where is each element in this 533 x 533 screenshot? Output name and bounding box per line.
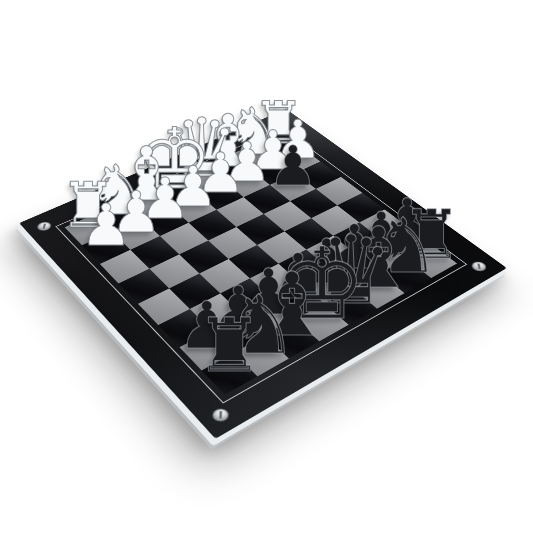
piece-black-rook-h8[interactable]: ♜ bbox=[196, 308, 263, 382]
piece-black-pawn-b3[interactable]: ♟ bbox=[268, 139, 317, 194]
screw-slot bbox=[219, 411, 221, 419]
corner-screw-icon bbox=[35, 220, 54, 232]
piece-white-pawn-h2[interactable]: ♟ bbox=[80, 197, 132, 255]
product-photo-stage: ♜♞♝♛♚♝♞♜♟♟♟♟♟♟♟♟♟♟♟♟♟♟♟♟♜♞♝♛♚♝♞♜♟ bbox=[0, 0, 533, 533]
corner-screw-icon bbox=[469, 260, 490, 273]
corner-screw-icon bbox=[209, 406, 232, 424]
screw-slot bbox=[43, 224, 46, 229]
screw-slot bbox=[478, 264, 481, 270]
